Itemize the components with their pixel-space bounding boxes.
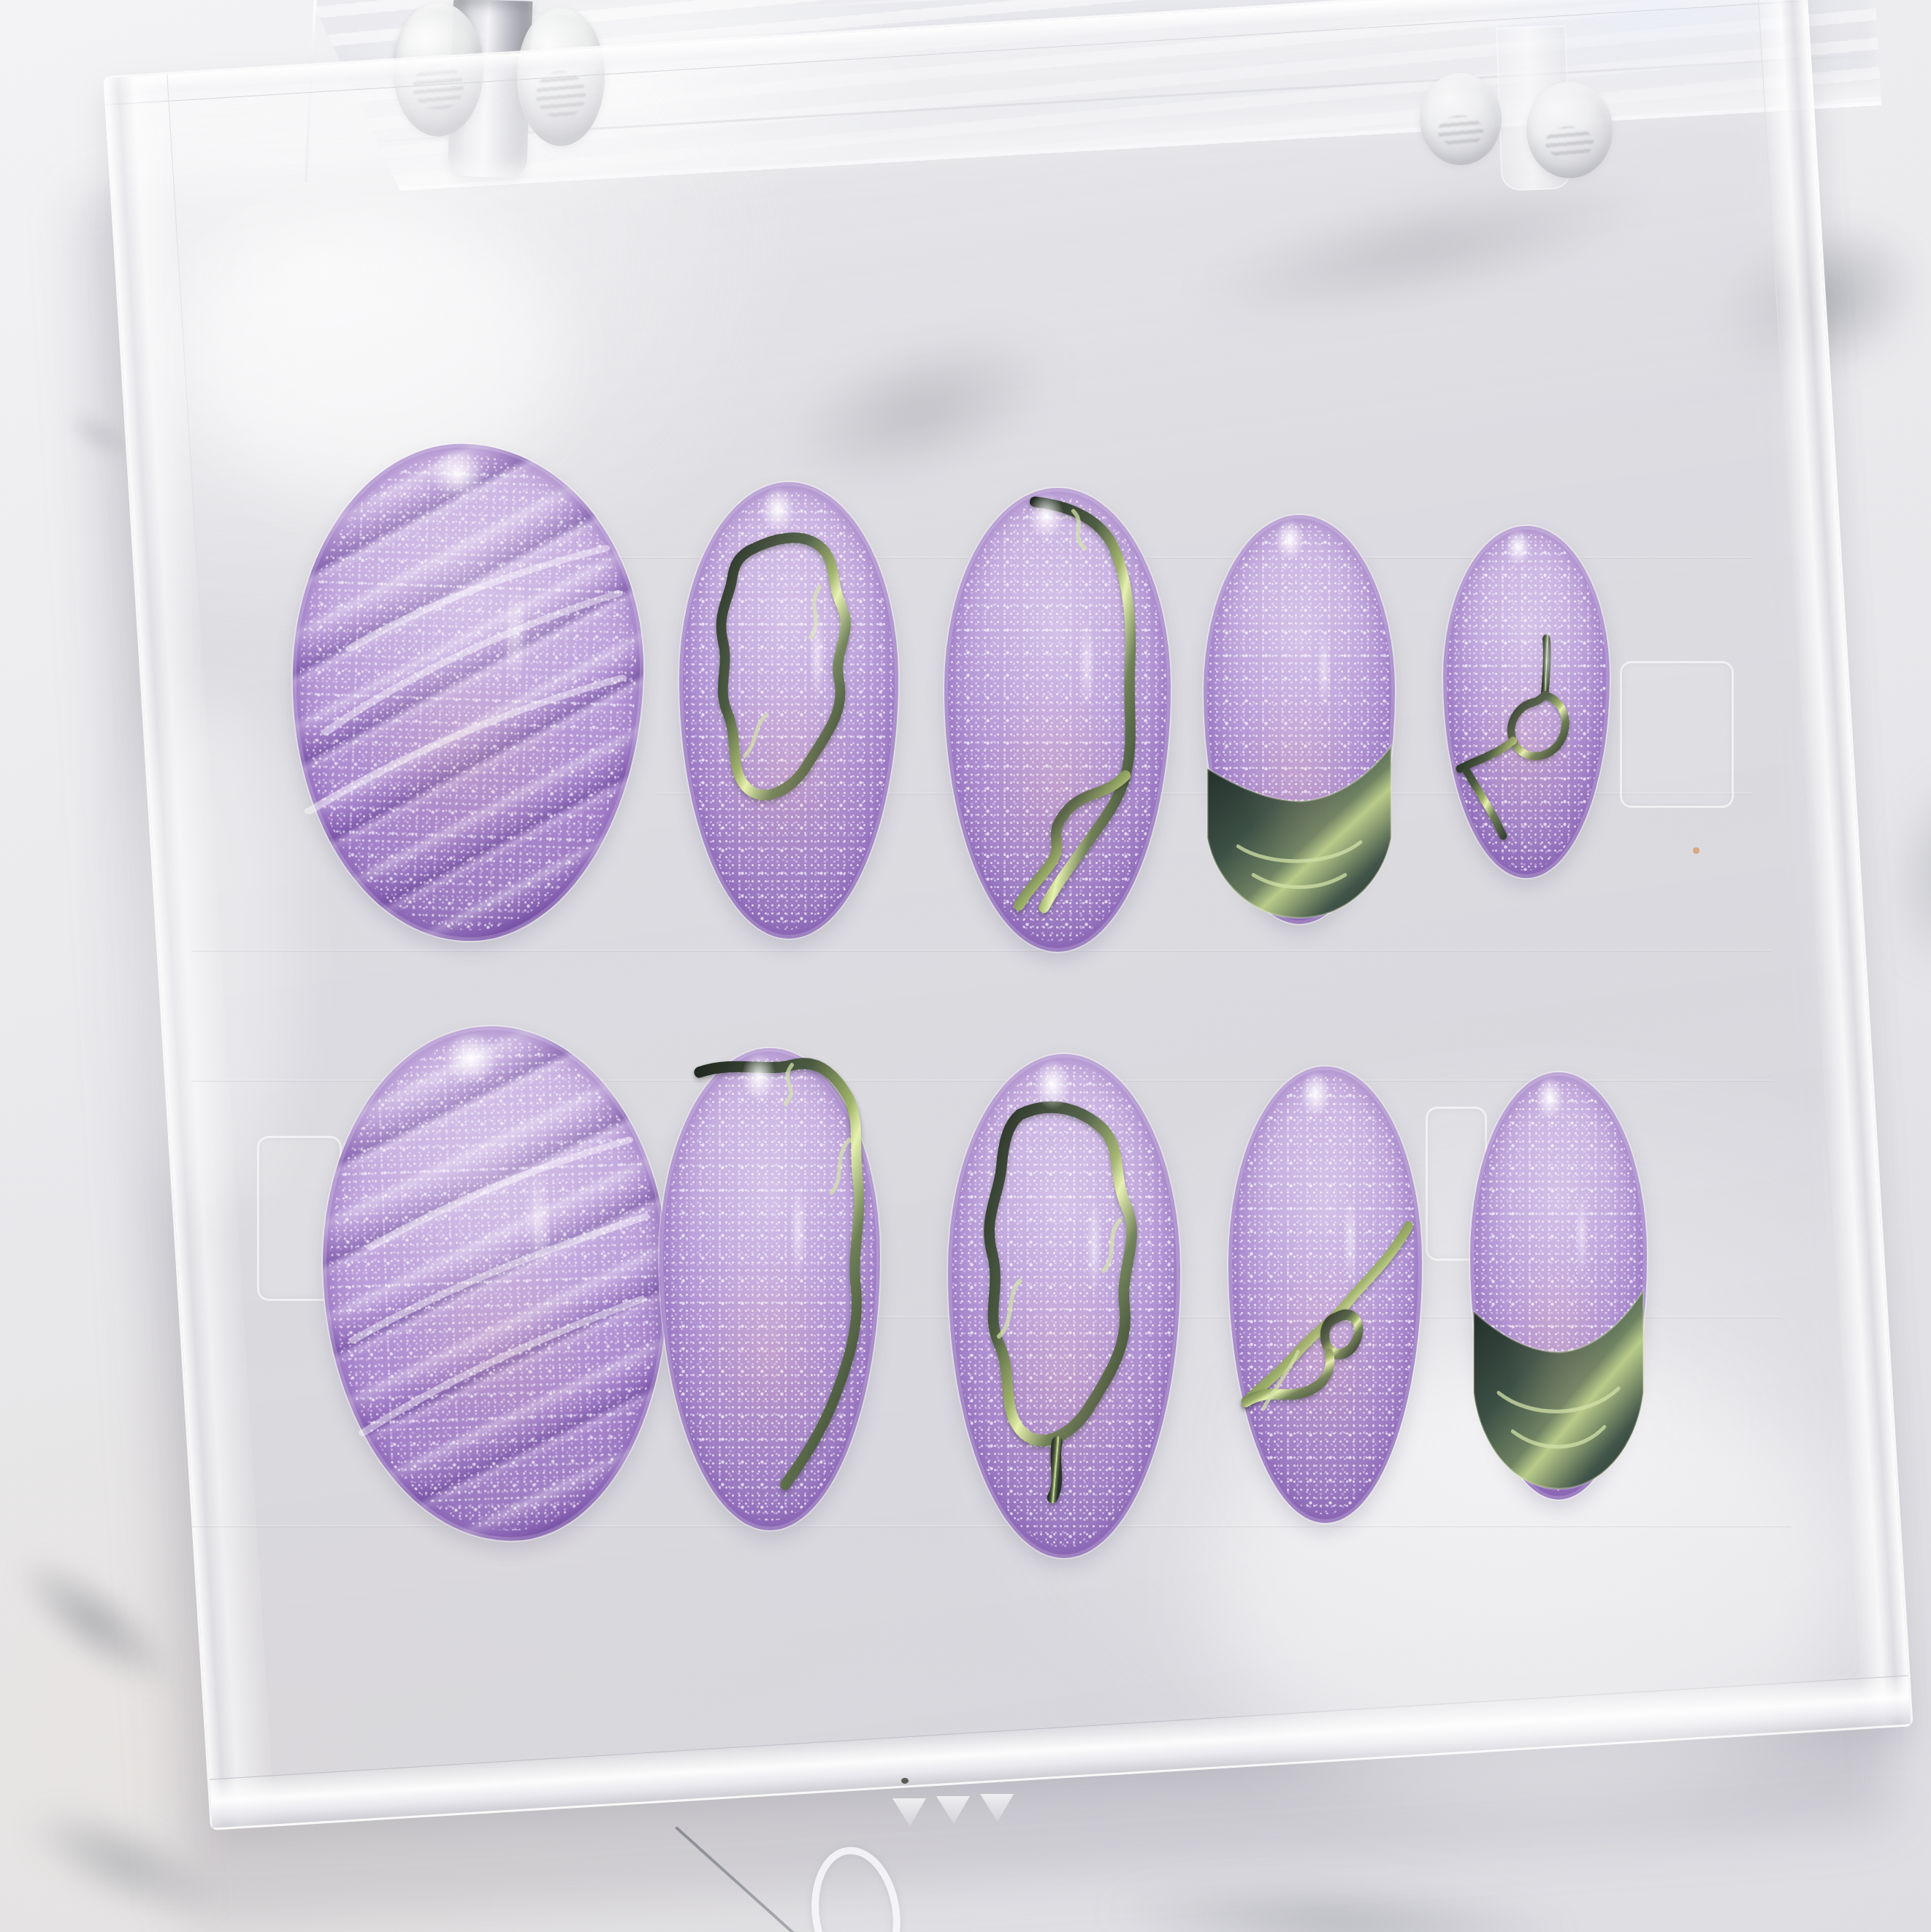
nail-middle-top bbox=[944, 488, 1171, 952]
nail-middle-bottom-accent-art bbox=[948, 1054, 1180, 1558]
nail-index-top-accent-art bbox=[679, 482, 898, 939]
nail-pinky-top bbox=[1443, 526, 1610, 878]
nail-thumb-bottom bbox=[315, 1020, 677, 1547]
nail-pinky-top-accent-stroke bbox=[1511, 695, 1565, 756]
nail-thumb-bottom-accent-art bbox=[315, 1020, 677, 1547]
nails-layer bbox=[0, 0, 1931, 1932]
nail-pinky-top-accent-stroke bbox=[1545, 638, 1547, 695]
nail-ring-bottom-accent-stroke bbox=[1325, 1315, 1358, 1354]
dust-speck bbox=[1693, 847, 1699, 854]
nail-ring-top-accent-fill bbox=[1207, 746, 1391, 917]
nail-middle-bottom-accent-thin bbox=[1104, 1221, 1120, 1271]
nail-thumb-top-accent-art bbox=[283, 438, 651, 947]
nail-ring-top bbox=[1204, 515, 1395, 924]
nail-pinky-top-accent-stroke bbox=[1460, 741, 1513, 836]
nail-pinky-bottom bbox=[1470, 1072, 1647, 1500]
nail-thumb-bottom-accent-shine bbox=[359, 1299, 646, 1433]
nail-ring-top-accent-art bbox=[1204, 515, 1395, 924]
nail-middle-top-accent-art bbox=[944, 488, 1171, 952]
photo-scene bbox=[0, 0, 1931, 1932]
nail-thumb-top bbox=[283, 438, 651, 947]
nail-thumb-top-accent-shine bbox=[309, 667, 622, 822]
nail-middle-top-accent-stroke bbox=[1035, 502, 1131, 908]
nail-index-top bbox=[679, 482, 898, 939]
nail-middle-bottom-accent-thin bbox=[999, 1281, 1020, 1337]
nail-index-top-accent-thin bbox=[811, 587, 819, 638]
nail-index-top-accent-stroke bbox=[722, 538, 846, 795]
nail-thumb-top-accent-shine bbox=[350, 539, 606, 657]
nail-index-top-accent-thin bbox=[745, 715, 767, 756]
nail-index-bottom bbox=[659, 1048, 880, 1530]
nail-index-bottom-accent-stroke bbox=[699, 1064, 859, 1485]
dust-speck bbox=[901, 1778, 909, 1784]
nail-thumb-top-accent-shine bbox=[326, 584, 618, 743]
nail-pinky-bottom-accent-art bbox=[1470, 1072, 1647, 1500]
nail-middle-bottom-accent-stroke bbox=[990, 1107, 1132, 1440]
nail-pinky-top-accent-art bbox=[1443, 526, 1610, 878]
nail-middle-bottom bbox=[948, 1054, 1180, 1558]
nail-middle-bottom-accent-stroke bbox=[1052, 1442, 1057, 1497]
nail-index-bottom-accent-art bbox=[659, 1048, 880, 1530]
nail-index-bottom-accent-thin bbox=[832, 1139, 849, 1193]
nail-middle-top-accent-stroke bbox=[1019, 776, 1125, 906]
nail-ring-bottom bbox=[1228, 1066, 1422, 1523]
nail-ring-bottom-accent-art bbox=[1228, 1066, 1422, 1523]
